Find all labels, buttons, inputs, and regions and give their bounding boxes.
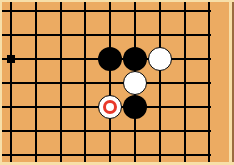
star-point [7,55,15,63]
board-bevel-right [229,0,232,165]
stone-white[interactable] [148,47,172,71]
stone-black[interactable] [98,47,122,71]
board-bevel-bottom [0,162,234,165]
board-edge-shadow [232,0,234,165]
go-board[interactable] [0,0,234,165]
board-bevel-left [0,0,2,165]
board-bevel-top [0,0,234,2]
stone-black[interactable] [123,47,147,71]
go-diagram [0,0,234,165]
stones-layer [0,0,222,165]
stone-black[interactable] [123,95,147,119]
stone-white-marked[interactable] [98,95,122,119]
stone-white[interactable] [123,71,147,95]
circle-marker-icon [103,100,117,114]
